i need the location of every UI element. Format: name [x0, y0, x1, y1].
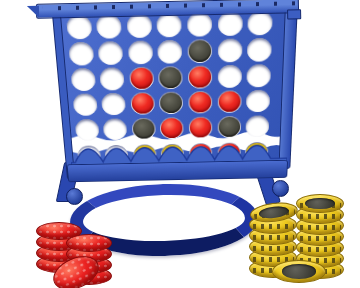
yellow-chip: [249, 248, 297, 267]
board-cell: [188, 91, 212, 114]
board-cell: [159, 92, 183, 115]
yellow-piece-dark-side: [218, 117, 240, 137]
board-cell: [157, 40, 182, 64]
board-cell: [187, 39, 212, 63]
red-chip: [36, 244, 82, 262]
yellow-chip: [296, 249, 344, 268]
board-cell: [99, 67, 124, 90]
connect-four-product-photo: [0, 0, 360, 288]
yellow-piece-dark-side: [160, 93, 182, 114]
board-cell: [217, 65, 241, 88]
cells-layer: [57, 2, 290, 177]
board-cell: [247, 38, 272, 62]
yellow-chip: [272, 260, 326, 283]
red-piece: [189, 92, 211, 113]
red-chip: [66, 267, 112, 285]
chip-dark-grip-face: [282, 264, 315, 278]
red-chip: [36, 233, 82, 251]
board-cell: [128, 40, 153, 64]
yellow-chip: [296, 194, 344, 213]
board-cell: [70, 68, 96, 91]
red-piece: [189, 66, 211, 87]
right-hinge-knob: [272, 180, 289, 197]
board-cell: [217, 91, 241, 114]
board-cell: [103, 118, 127, 140]
board-cell: [131, 117, 155, 139]
board-cell: [189, 116, 212, 138]
yellow-chip: [296, 260, 344, 279]
board-cell: [158, 66, 183, 89]
red-piece: [161, 118, 183, 138]
board-cell: [247, 64, 272, 87]
yellow-piece-dark-side: [159, 67, 182, 88]
board-cell: [130, 92, 155, 115]
red-piece: [131, 93, 154, 114]
board-cell: [101, 93, 126, 116]
yellow-chip: [249, 259, 297, 278]
board-cell: [246, 115, 270, 137]
board-cell: [68, 42, 94, 66]
base-ring: [69, 182, 259, 259]
red-piece: [130, 68, 153, 89]
left-hinge-knob: [66, 188, 83, 205]
board-cell: [98, 41, 124, 65]
red-piece: [190, 117, 212, 137]
board-cell: [217, 38, 242, 62]
bottom-rail: [67, 160, 288, 182]
chip-dark-grip-face: [305, 198, 334, 210]
board-cell: [160, 117, 184, 139]
board-cell: [74, 119, 99, 141]
yellow-chip: [249, 226, 297, 245]
board-cell: [72, 94, 97, 117]
board-cell: [129, 67, 154, 90]
yellow-chip: [296, 205, 344, 224]
board-cell: [246, 90, 270, 113]
yellow-piece-dark-side: [132, 118, 154, 138]
red-chip: [66, 256, 112, 274]
board-cell: [188, 65, 212, 88]
yellow-chip: [249, 237, 297, 256]
red-piece: [218, 92, 240, 113]
board-cell: [217, 116, 240, 138]
board-face: [55, 0, 292, 179]
yellow-chip: [296, 216, 344, 235]
yellow-chip: [296, 238, 344, 257]
yellow-piece-dark-side: [188, 40, 211, 62]
board: [55, 0, 292, 179]
red-chip: [48, 250, 104, 288]
red-chip: [36, 255, 82, 273]
yellow-chip: [296, 227, 344, 246]
chip-dark-grip-face: [259, 205, 290, 220]
